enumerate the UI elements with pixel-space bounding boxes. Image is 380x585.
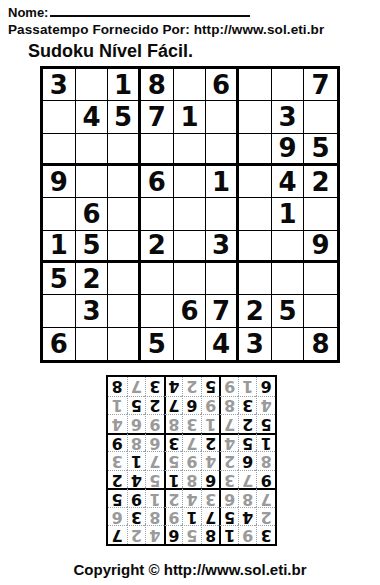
puzzle-cell[interactable]: 9 [304,231,337,263]
solution-cell: 5 [219,507,238,526]
puzzle-cell[interactable] [76,328,109,360]
puzzle-cell[interactable] [272,328,305,360]
sudoku-worksheet-page: Nome: Passatempo Fornecido Por: http://w… [0,0,380,585]
puzzle-cell[interactable]: 5 [141,328,174,360]
puzzle-cell[interactable]: 7 [304,69,337,101]
solution-cell: 8 [219,396,238,415]
puzzle-cell[interactable] [239,69,272,101]
solution-cell: 9 [127,488,146,507]
solution-cell: 3 [145,377,164,396]
solution-cell: 9 [256,470,275,489]
solution-cell: 8 [145,507,164,526]
solution-cell: 1 [127,451,146,470]
puzzle-cell[interactable]: 1 [108,69,141,101]
solution-cell: 5 [238,433,257,452]
solution-cell: 6 [182,396,201,415]
puzzle-cell[interactable] [239,231,272,263]
solution-cell: 8 [182,470,201,489]
solution-cell: 5 [182,525,201,544]
puzzle-cell[interactable] [174,166,207,198]
puzzle-cell[interactable] [272,263,305,295]
puzzle-cell[interactable] [43,198,76,230]
puzzle-cell[interactable] [206,263,239,295]
solution-cell: 7 [201,507,220,526]
puzzle-cell[interactable] [108,328,141,360]
solution-cell: 9 [145,414,164,433]
provided-by-line: Passatempo Fornecido Por: http://www.sol… [8,22,324,37]
puzzle-cell[interactable]: 3 [239,328,272,360]
solution-cell: 5 [201,377,220,396]
puzzle-cell[interactable]: 2 [76,263,109,295]
solution-cell: 6 [238,451,257,470]
solution-cell: 2 [256,507,275,526]
puzzle-cell[interactable]: 5 [272,295,305,327]
solution-cell: 4 [238,507,257,526]
puzzle-cell[interactable] [108,166,141,198]
solution-cell: 4 [201,451,220,470]
puzzle-cell[interactable] [174,69,207,101]
puzzle-cell[interactable] [43,295,76,327]
solution-cell: 4 [219,433,238,452]
puzzle-cell[interactable] [174,134,207,166]
solution-cell: 3 [127,507,146,526]
solution-cell: 8 [201,525,220,544]
solution-cell: 7 [219,414,238,433]
solution-cell: 1 [201,414,220,433]
solution-cell: 6 [219,488,238,507]
puzzle-cell[interactable]: 5 [108,101,141,133]
puzzle-cell[interactable]: 6 [206,69,239,101]
solution-cell: 6 [108,507,127,526]
puzzle-cell[interactable] [304,263,337,295]
solution-cell: 4 [182,488,201,507]
solution-cell: 1 [164,470,183,489]
solution-cell: 7 [256,488,275,507]
solution-cell: 6 [201,470,220,489]
solution-cell: 3 [182,414,201,433]
solution-cell: 4 [127,470,146,489]
puzzle-cell[interactable]: 4 [272,166,305,198]
solution-cell: 7 [182,433,201,452]
page-title: Sudoku Nível Fácil. [28,41,193,62]
puzzle-cell[interactable]: 6 [174,295,207,327]
puzzle-cell[interactable]: 3 [206,231,239,263]
solution-cell: 2 [219,451,238,470]
solution-cell: 9 [164,507,183,526]
puzzle-cell[interactable] [108,198,141,230]
solution-cell: 5 [145,470,164,489]
puzzle-cell[interactable]: 1 [272,198,305,230]
puzzle-cell[interactable] [239,134,272,166]
solution-cell: 6 [127,414,146,433]
solution-cell: 3 [164,433,183,452]
solution-cell: 1 [108,396,127,415]
puzzle-cell[interactable] [239,198,272,230]
solution-cell: 3 [219,470,238,489]
puzzle-cell[interactable] [76,166,109,198]
solution-cell: 7 [145,451,164,470]
puzzle-cell[interactable]: 6 [43,328,76,360]
solution-cell: 7 [238,470,257,489]
solution-cell: 8 [127,433,146,452]
puzzle-cell[interactable]: 5 [76,231,109,263]
puzzle-cell[interactable] [272,231,305,263]
puzzle-cell[interactable]: 2 [239,295,272,327]
puzzle-cell[interactable]: 6 [141,166,174,198]
solution-cell: 9 [201,396,220,415]
puzzle-cell[interactable] [174,263,207,295]
solution-cell: 2 [238,414,257,433]
puzzle-cell[interactable]: 9 [272,134,305,166]
solution-cell: 6 [164,525,183,544]
solution-cell: 8 [238,488,257,507]
solution-cell: 7 [164,396,183,415]
puzzle-cell[interactable] [272,69,305,101]
puzzle-cell[interactable] [141,295,174,327]
solution-cell: 7 [108,525,127,544]
puzzle-cell[interactable] [174,231,207,263]
puzzle-cell[interactable] [304,295,337,327]
solution-cell: 2 [127,525,146,544]
puzzle-cell[interactable]: 3 [76,295,109,327]
solution-cell: 9 [182,451,201,470]
puzzle-cell[interactable]: 8 [304,328,337,360]
puzzle-cell[interactable] [108,263,141,295]
name-row: Nome: [8,3,250,20]
puzzle-cell[interactable]: 5 [43,263,76,295]
puzzle-cell[interactable]: 4 [76,101,109,133]
solution-cell: 4 [145,525,164,544]
puzzle-cell[interactable] [239,166,272,198]
puzzle-cell[interactable] [108,295,141,327]
solution-cell: 4 [256,396,275,415]
puzzle-cell[interactable] [239,101,272,133]
solution-cell: 9 [108,433,127,452]
solution-cell: 9 [219,377,238,396]
name-label: Nome: [8,5,48,20]
puzzle-cell[interactable]: 7 [206,295,239,327]
solution-cell: 1 [256,433,275,452]
puzzle-cell[interactable]: 2 [304,166,337,198]
solution-cell: 8 [256,451,275,470]
solution-cell: 2 [108,470,127,489]
solution-cell: 1 [238,377,257,396]
puzzle-cell[interactable] [43,134,76,166]
solution-cell: 5 [127,396,146,415]
solution-cell: 3 [201,488,220,507]
puzzle-cell[interactable]: 8 [141,69,174,101]
puzzle-cell[interactable]: 5 [304,134,337,166]
puzzle-cell[interactable]: 3 [43,69,76,101]
puzzle-cell[interactable] [141,198,174,230]
solution-cell: 1 [145,488,164,507]
puzzle-cell[interactable]: 1 [174,101,207,133]
solution-cell: 1 [182,507,201,526]
solution-cell: 4 [108,414,127,433]
puzzle-cell[interactable] [239,263,272,295]
sudoku-puzzle-grid[interactable]: 318674571395961426115239523672565438 [40,66,340,363]
puzzle-cell[interactable] [304,101,337,133]
name-fill-line[interactable] [50,3,250,17]
solution-cell: 2 [145,396,164,415]
puzzle-cell[interactable]: 4 [206,328,239,360]
solution-cell: 5 [108,488,127,507]
puzzle-cell[interactable]: 7 [141,101,174,133]
puzzle-cell[interactable] [174,198,207,230]
puzzle-cell[interactable]: 3 [272,101,305,133]
puzzle-cell[interactable] [43,101,76,133]
puzzle-cell[interactable]: 9 [43,166,76,198]
solution-cell: 4 [164,377,183,396]
solution-cell: 6 [145,433,164,452]
solution-cell: 6 [256,377,275,396]
solution-cell: 2 [164,488,183,507]
solution-cell: 9 [238,525,257,544]
solution-cell: 3 [256,525,275,544]
solution-cell: 2 [201,433,220,452]
sudoku-solution-grid: 3918564272457198367863421959736815428624… [106,375,277,546]
puzzle-cell[interactable] [304,198,337,230]
puzzle-cell[interactable]: 6 [76,198,109,230]
puzzle-cell[interactable] [174,328,207,360]
puzzle-cell[interactable] [206,198,239,230]
solution-cell: 2 [182,377,201,396]
solution-cell: 8 [108,377,127,396]
puzzle-cell[interactable] [206,101,239,133]
solution-cell: 3 [108,451,127,470]
puzzle-cell[interactable]: 1 [206,166,239,198]
puzzle-cell[interactable] [76,69,109,101]
solution-cell: 7 [127,377,146,396]
copyright: Copyright © http://www.sol.eti.br [0,561,380,578]
puzzle-cell[interactable] [76,134,109,166]
solution-cell: 5 [164,451,183,470]
solution-cell: 5 [256,414,275,433]
solution-cell: 1 [219,525,238,544]
puzzle-cell[interactable] [141,263,174,295]
puzzle-cell[interactable] [206,134,239,166]
puzzle-cell[interactable] [108,134,141,166]
puzzle-cell[interactable]: 2 [141,231,174,263]
puzzle-cell[interactable] [141,134,174,166]
puzzle-cell[interactable] [108,231,141,263]
solution-cell: 8 [164,414,183,433]
solution-cell: 3 [238,396,257,415]
puzzle-cell[interactable]: 1 [43,231,76,263]
